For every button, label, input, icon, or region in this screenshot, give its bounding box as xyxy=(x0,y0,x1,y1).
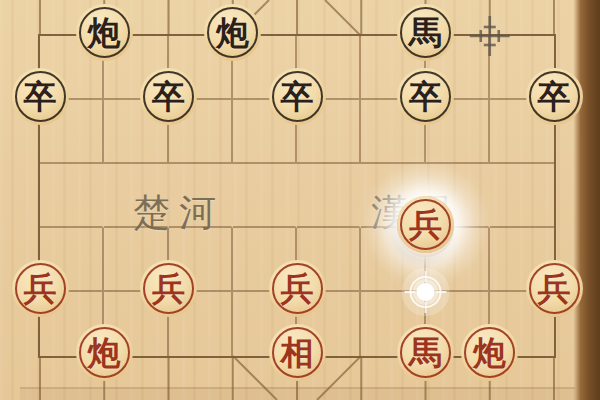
piece-red-soldier-advanced[interactable]: 兵 xyxy=(397,196,454,253)
piece-glyph: 卒 xyxy=(140,68,197,125)
xiangqi-board[interactable]: 楚河 漢界 炮炮馬卒卒卒卒卒兵兵兵兵兵炮相馬炮 xyxy=(0,0,600,400)
piece-red-soldier-3[interactable]: 兵 xyxy=(269,260,326,317)
piece-glyph: 兵 xyxy=(140,260,197,317)
piece-red-soldier-1[interactable]: 兵 xyxy=(12,260,69,317)
piece-red-horse[interactable]: 馬 xyxy=(397,324,454,381)
board-cell[interactable] xyxy=(40,164,104,228)
piece-glyph: 炮 xyxy=(76,324,133,381)
wood-grain-line xyxy=(20,388,575,400)
piece-glyph: 卒 xyxy=(269,68,326,125)
board-right-edge xyxy=(573,0,600,400)
piece-red-soldier-2[interactable]: 兵 xyxy=(140,260,197,317)
piece-black-cannon-shifted[interactable]: 炮 xyxy=(204,4,261,61)
piece-glyph: 相 xyxy=(269,324,326,381)
piece-glyph: 卒 xyxy=(12,68,69,125)
board-left-edge xyxy=(0,0,22,400)
piece-red-elephant-center[interactable]: 相 xyxy=(269,324,326,381)
piece-red-cannon-right[interactable]: 炮 xyxy=(461,324,518,381)
piece-glyph: 卒 xyxy=(526,68,583,125)
piece-glyph: 馬 xyxy=(397,4,454,61)
piece-black-cannon-left[interactable]: 炮 xyxy=(76,4,133,61)
piece-glyph: 卒 xyxy=(397,68,454,125)
piece-glyph: 兵 xyxy=(269,260,326,317)
piece-black-soldier-4[interactable]: 卒 xyxy=(397,68,454,125)
river-label-chu-he: 楚河 xyxy=(133,188,225,238)
piece-black-soldier-2[interactable]: 卒 xyxy=(140,68,197,125)
piece-glyph: 炮 xyxy=(76,4,133,61)
piece-black-horse[interactable]: 馬 xyxy=(397,4,454,61)
piece-black-soldier-3[interactable]: 卒 xyxy=(269,68,326,125)
board-cell[interactable] xyxy=(490,164,554,228)
piece-glyph: 馬 xyxy=(397,324,454,381)
piece-red-soldier-5[interactable]: 兵 xyxy=(526,260,583,317)
piece-glyph: 兵 xyxy=(526,260,583,317)
piece-glyph: 兵 xyxy=(397,196,454,253)
piece-black-soldier-1[interactable]: 卒 xyxy=(12,68,69,125)
piece-glyph: 炮 xyxy=(204,4,261,61)
board-cell[interactable] xyxy=(297,164,361,228)
piece-black-soldier-5[interactable]: 卒 xyxy=(526,68,583,125)
piece-red-cannon-left[interactable]: 炮 xyxy=(76,324,133,381)
piece-glyph: 炮 xyxy=(461,324,518,381)
board-cell[interactable] xyxy=(233,164,297,228)
piece-glyph: 兵 xyxy=(12,260,69,317)
